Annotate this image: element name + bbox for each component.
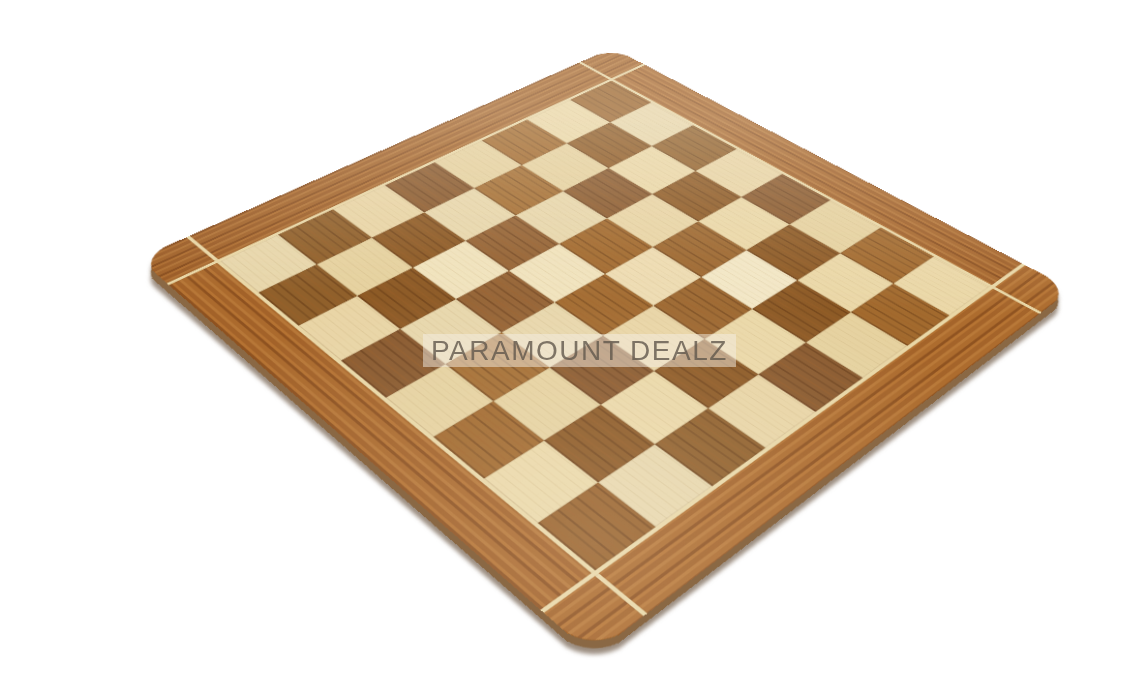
product-photo: PARAMOUNT DEALZ bbox=[0, 0, 1140, 693]
watermark-band: PARAMOUNT DEALZ bbox=[423, 334, 736, 367]
watermark-text: PARAMOUNT DEALZ bbox=[431, 334, 728, 367]
playing-area-8x8 bbox=[221, 81, 990, 571]
perspective-wrapper bbox=[264, 0, 946, 615]
